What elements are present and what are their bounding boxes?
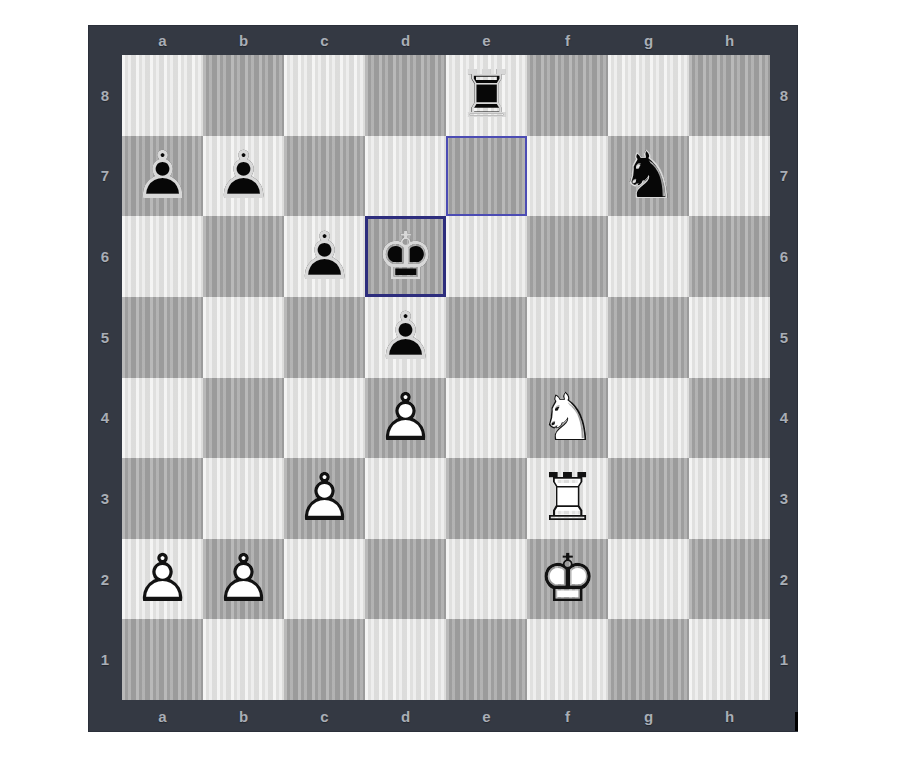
piece-glyph-outline: ♖ [457, 62, 516, 128]
square-h8[interactable] [689, 55, 770, 136]
square-f8[interactable] [527, 55, 608, 136]
file-label-d: d [365, 700, 446, 732]
square-f7[interactable] [527, 136, 608, 217]
rank-label-6: 6 [88, 216, 122, 297]
piece-glyph-outline: ♙ [376, 304, 435, 370]
file-label-g: g [608, 25, 689, 55]
piece-white-pawn[interactable]: ♟♙ [203, 539, 284, 620]
file-label-d: d [365, 25, 446, 55]
square-e3[interactable] [446, 458, 527, 539]
square-e2[interactable] [446, 539, 527, 620]
rank-label-3: 3 [770, 458, 798, 539]
square-d3[interactable] [365, 458, 446, 539]
rank-label-8: 8 [88, 55, 122, 136]
square-c2[interactable] [284, 539, 365, 620]
square-c3[interactable]: ♟♙ [284, 458, 365, 539]
piece-black-pawn[interactable]: ♟♙ [203, 136, 284, 217]
square-d1[interactable] [365, 619, 446, 700]
rank-label-2: 2 [770, 539, 798, 620]
rank-label-1: 1 [770, 619, 798, 700]
file-label-b: b [203, 700, 284, 732]
square-f6[interactable] [527, 216, 608, 297]
square-h2[interactable] [689, 539, 770, 620]
square-h1[interactable] [689, 619, 770, 700]
piece-glyph-outline: ♘ [538, 385, 597, 451]
square-a8[interactable] [122, 55, 203, 136]
square-d8[interactable] [365, 55, 446, 136]
piece-black-king[interactable]: ♚♔ [365, 216, 446, 297]
square-e8[interactable]: ♜♖ [446, 55, 527, 136]
piece-white-pawn[interactable]: ♟♙ [122, 539, 203, 620]
cursor-artifact [795, 712, 798, 731]
file-label-g: g [608, 700, 689, 732]
piece-glyph-outline: ♙ [214, 546, 273, 612]
piece-black-pawn[interactable]: ♟♙ [365, 297, 446, 378]
piece-glyph-outline: ♔ [376, 224, 435, 290]
square-g1[interactable] [608, 619, 689, 700]
piece-glyph-outline: ♙ [133, 546, 192, 612]
chessboard[interactable]: ♜♖♟♙♟♙♞♘♟♙♚♔♟♙♟♙♞♘♟♙♜♖♟♙♟♙♚♔ [122, 55, 770, 700]
square-g8[interactable] [608, 55, 689, 136]
square-h3[interactable] [689, 458, 770, 539]
rank-label-2: 2 [88, 539, 122, 620]
square-f1[interactable] [527, 619, 608, 700]
file-labels-bottom: abcdefgh [122, 700, 770, 732]
piece-glyph-outline: ♙ [133, 143, 192, 209]
square-a4[interactable] [122, 378, 203, 459]
screenshot-canvas: abcdefgh abcdefgh 87654321 87654321 ♜♖♟♙… [0, 0, 900, 759]
file-label-e: e [446, 700, 527, 732]
square-g7[interactable]: ♞♘ [608, 136, 689, 217]
piece-glyph-outline: ♙ [295, 224, 354, 290]
square-f4[interactable]: ♞♘ [527, 378, 608, 459]
piece-glyph-outline: ♙ [376, 385, 435, 451]
square-e5[interactable] [446, 297, 527, 378]
piece-white-rook[interactable]: ♜♖ [527, 458, 608, 539]
square-b4[interactable] [203, 378, 284, 459]
piece-black-pawn[interactable]: ♟♙ [284, 216, 365, 297]
chessboard-frame: abcdefgh abcdefgh 87654321 87654321 ♜♖♟♙… [88, 25, 798, 732]
rank-labels-left: 87654321 [88, 55, 122, 700]
square-c6[interactable]: ♟♙ [284, 216, 365, 297]
piece-glyph-outline: ♙ [214, 143, 273, 209]
rank-label-1: 1 [88, 619, 122, 700]
square-f3[interactable]: ♜♖ [527, 458, 608, 539]
square-c1[interactable] [284, 619, 365, 700]
square-e1[interactable] [446, 619, 527, 700]
square-b6[interactable] [203, 216, 284, 297]
file-label-f: f [527, 25, 608, 55]
square-a5[interactable] [122, 297, 203, 378]
file-label-c: c [284, 25, 365, 55]
piece-white-king[interactable]: ♚♔ [527, 539, 608, 620]
file-label-a: a [122, 25, 203, 55]
square-a3[interactable] [122, 458, 203, 539]
piece-glyph-outline: ♙ [295, 465, 354, 531]
rank-label-8: 8 [770, 55, 798, 136]
square-a7[interactable]: ♟♙ [122, 136, 203, 217]
rank-label-4: 4 [770, 378, 798, 459]
square-b8[interactable] [203, 55, 284, 136]
piece-white-knight[interactable]: ♞♘ [527, 378, 608, 459]
square-a2[interactable]: ♟♙ [122, 539, 203, 620]
file-label-a: a [122, 700, 203, 732]
rank-label-6: 6 [770, 216, 798, 297]
square-b1[interactable] [203, 619, 284, 700]
square-g4[interactable] [608, 378, 689, 459]
square-g3[interactable] [608, 458, 689, 539]
file-label-e: e [446, 25, 527, 55]
rank-label-7: 7 [770, 136, 798, 217]
file-labels-top: abcdefgh [122, 25, 770, 55]
square-a6[interactable] [122, 216, 203, 297]
rank-label-7: 7 [88, 136, 122, 217]
square-b3[interactable] [203, 458, 284, 539]
square-h6[interactable] [689, 216, 770, 297]
square-d4[interactable]: ♟♙ [365, 378, 446, 459]
piece-glyph-outline: ♘ [619, 143, 678, 209]
square-b2[interactable]: ♟♙ [203, 539, 284, 620]
square-d6[interactable]: ♚♔ [365, 216, 446, 297]
piece-glyph-outline: ♔ [538, 546, 597, 612]
square-d2[interactable] [365, 539, 446, 620]
square-b7[interactable]: ♟♙ [203, 136, 284, 217]
square-c5[interactable] [284, 297, 365, 378]
rank-label-5: 5 [88, 297, 122, 378]
file-label-f: f [527, 700, 608, 732]
square-g2[interactable] [608, 539, 689, 620]
square-g6[interactable] [608, 216, 689, 297]
square-c7[interactable] [284, 136, 365, 217]
piece-black-rook[interactable]: ♜♖ [446, 55, 527, 136]
square-e6[interactable] [446, 216, 527, 297]
square-a1[interactable] [122, 619, 203, 700]
square-h4[interactable] [689, 378, 770, 459]
file-label-b: b [203, 25, 284, 55]
square-f5[interactable] [527, 297, 608, 378]
file-label-h: h [689, 25, 770, 55]
square-g5[interactable] [608, 297, 689, 378]
square-d5[interactable]: ♟♙ [365, 297, 446, 378]
square-c4[interactable] [284, 378, 365, 459]
piece-black-knight[interactable]: ♞♘ [608, 136, 689, 217]
square-b5[interactable] [203, 297, 284, 378]
rank-label-5: 5 [770, 297, 798, 378]
square-h7[interactable] [689, 136, 770, 217]
square-d7[interactable] [365, 136, 446, 217]
piece-white-pawn[interactable]: ♟♙ [365, 378, 446, 459]
square-e4[interactable] [446, 378, 527, 459]
file-label-h: h [689, 700, 770, 732]
square-c8[interactable] [284, 55, 365, 136]
rank-label-3: 3 [88, 458, 122, 539]
piece-black-pawn[interactable]: ♟♙ [122, 136, 203, 217]
piece-glyph-outline: ♖ [538, 465, 597, 531]
rank-label-4: 4 [88, 378, 122, 459]
piece-white-pawn[interactable]: ♟♙ [284, 458, 365, 539]
rank-labels-right: 87654321 [770, 55, 798, 700]
file-label-c: c [284, 700, 365, 732]
square-f2[interactable]: ♚♔ [527, 539, 608, 620]
square-h5[interactable] [689, 297, 770, 378]
square-e7[interactable] [446, 136, 527, 217]
